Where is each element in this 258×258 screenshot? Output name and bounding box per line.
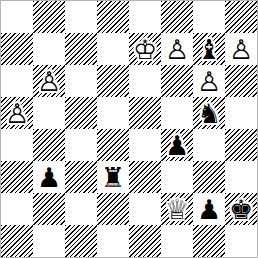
black-rook-d3[interactable]: ♜♜ — [97, 161, 129, 193]
square-a4[interactable] — [1, 129, 33, 161]
black-pawn-g2[interactable]: ♟♟ — [193, 193, 225, 225]
square-f7[interactable]: ♟♙ — [161, 33, 193, 65]
square-c1[interactable] — [65, 225, 97, 257]
black-pawn-f4[interactable]: ♟♟ — [161, 129, 193, 161]
white-queen-f2[interactable]: ♛♕ — [161, 193, 193, 225]
piece-glyph: ♙ — [161, 33, 193, 65]
square-f5[interactable] — [161, 97, 193, 129]
square-b4[interactable] — [33, 129, 65, 161]
square-f6[interactable] — [161, 65, 193, 97]
square-d3[interactable]: ♜♜ — [97, 161, 129, 193]
square-b7[interactable] — [33, 33, 65, 65]
square-g6[interactable]: ♟♙ — [193, 65, 225, 97]
piece-glyph: ♞ — [193, 97, 225, 129]
piece-glyph: ♙ — [225, 33, 257, 65]
white-king-e7[interactable]: ♚♔ — [129, 33, 161, 65]
chess-board: ♚♔♟♙♝♝♟♙♟♙♟♙♟♙♞♞♟♟♟♟♜♜♛♕♟♟♚♚ — [1, 1, 257, 257]
square-b3[interactable]: ♟♟ — [33, 161, 65, 193]
square-c6[interactable] — [65, 65, 97, 97]
black-king-h2[interactable]: ♚♚ — [225, 193, 257, 225]
square-c4[interactable] — [65, 129, 97, 161]
square-e3[interactable] — [129, 161, 161, 193]
square-d6[interactable] — [97, 65, 129, 97]
square-h7[interactable]: ♟♙ — [225, 33, 257, 65]
black-knight-g5[interactable]: ♞♞ — [193, 97, 225, 129]
square-b1[interactable] — [33, 225, 65, 257]
square-f1[interactable] — [161, 225, 193, 257]
square-c5[interactable] — [65, 97, 97, 129]
square-a6[interactable] — [1, 65, 33, 97]
piece-glyph: ♕ — [161, 193, 193, 225]
square-c7[interactable] — [65, 33, 97, 65]
square-e6[interactable] — [129, 65, 161, 97]
square-g4[interactable] — [193, 129, 225, 161]
piece-glyph: ♟ — [193, 193, 225, 225]
square-a7[interactable] — [1, 33, 33, 65]
square-e4[interactable] — [129, 129, 161, 161]
square-f3[interactable] — [161, 161, 193, 193]
black-bishop-g7[interactable]: ♝♝ — [193, 33, 225, 65]
square-c8[interactable] — [65, 1, 97, 33]
square-h3[interactable] — [225, 161, 257, 193]
black-pawn-b3[interactable]: ♟♟ — [33, 161, 65, 193]
square-d1[interactable] — [97, 225, 129, 257]
piece-glyph: ♟ — [161, 129, 193, 161]
square-g7[interactable]: ♝♝ — [193, 33, 225, 65]
piece-glyph: ♜ — [97, 161, 129, 193]
white-pawn-a5[interactable]: ♟♙ — [1, 97, 33, 129]
square-e1[interactable] — [129, 225, 161, 257]
square-g1[interactable] — [193, 225, 225, 257]
white-pawn-b6[interactable]: ♟♙ — [33, 65, 65, 97]
square-h1[interactable] — [225, 225, 257, 257]
square-e7[interactable]: ♚♔ — [129, 33, 161, 65]
piece-glyph: ♙ — [193, 65, 225, 97]
square-d2[interactable] — [97, 193, 129, 225]
square-c2[interactable] — [65, 193, 97, 225]
chess-diagram: ♚♔♟♙♝♝♟♙♟♙♟♙♟♙♞♞♟♟♟♟♜♜♛♕♟♟♚♚ — [0, 0, 258, 258]
square-h5[interactable] — [225, 97, 257, 129]
square-d4[interactable] — [97, 129, 129, 161]
piece-glyph: ♝ — [193, 33, 225, 65]
white-pawn-h7[interactable]: ♟♙ — [225, 33, 257, 65]
white-pawn-g6[interactable]: ♟♙ — [193, 65, 225, 97]
square-b6[interactable]: ♟♙ — [33, 65, 65, 97]
piece-glyph: ♚ — [225, 193, 257, 225]
square-a5[interactable]: ♟♙ — [1, 97, 33, 129]
square-h8[interactable] — [225, 1, 257, 33]
piece-glyph: ♟ — [33, 161, 65, 193]
square-b2[interactable] — [33, 193, 65, 225]
square-d7[interactable] — [97, 33, 129, 65]
square-e8[interactable] — [129, 1, 161, 33]
square-g8[interactable] — [193, 1, 225, 33]
square-b8[interactable] — [33, 1, 65, 33]
square-f8[interactable] — [161, 1, 193, 33]
square-d5[interactable] — [97, 97, 129, 129]
square-e5[interactable] — [129, 97, 161, 129]
square-b5[interactable] — [33, 97, 65, 129]
square-d8[interactable] — [97, 1, 129, 33]
square-h6[interactable] — [225, 65, 257, 97]
piece-glyph: ♙ — [1, 97, 33, 129]
square-c3[interactable] — [65, 161, 97, 193]
square-a2[interactable] — [1, 193, 33, 225]
square-e2[interactable] — [129, 193, 161, 225]
piece-glyph: ♙ — [33, 65, 65, 97]
white-pawn-f7[interactable]: ♟♙ — [161, 33, 193, 65]
square-f4[interactable]: ♟♟ — [161, 129, 193, 161]
piece-glyph: ♔ — [129, 33, 161, 65]
square-f2[interactable]: ♛♕ — [161, 193, 193, 225]
square-g5[interactable]: ♞♞ — [193, 97, 225, 129]
square-a1[interactable] — [1, 225, 33, 257]
square-h2[interactable]: ♚♚ — [225, 193, 257, 225]
square-a8[interactable] — [1, 1, 33, 33]
square-h4[interactable] — [225, 129, 257, 161]
square-g2[interactable]: ♟♟ — [193, 193, 225, 225]
square-g3[interactable] — [193, 161, 225, 193]
square-a3[interactable] — [1, 161, 33, 193]
